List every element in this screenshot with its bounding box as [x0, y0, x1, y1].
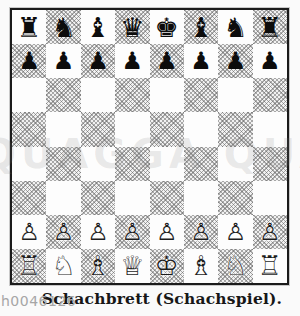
square-f8: ♝: [184, 10, 218, 44]
square-f6: [184, 78, 218, 112]
piece-white-pawn: ♙: [156, 220, 178, 244]
piece-white-pawn: ♙: [87, 220, 109, 244]
square-d3: [115, 181, 149, 215]
piece-white-pawn: ♙: [259, 220, 281, 244]
square-g2: ♙: [218, 215, 252, 249]
chess-board: ♜♞♝♛♚♝♞♜♟♟♟♟♟♟♟♟♙♙♙♙♙♙♙♙♖♘♗♕♔♗♘♖: [10, 8, 289, 285]
square-b1: ♘: [46, 249, 80, 283]
piece-black-knight: ♞: [51, 14, 75, 41]
square-g1: ♘: [218, 249, 252, 283]
piece-black-queen: ♛: [120, 14, 144, 41]
piece-black-pawn: ♟: [87, 49, 109, 73]
square-c1: ♗: [81, 249, 115, 283]
piece-white-queen: ♕: [120, 252, 144, 279]
square-b3: [46, 181, 80, 215]
square-a3: [12, 181, 46, 215]
square-f7: ♟: [184, 44, 218, 78]
square-b7: ♟: [46, 44, 80, 78]
piece-black-pawn: ♟: [53, 49, 75, 73]
square-b2: ♙: [46, 215, 80, 249]
piece-black-bishop: ♝: [189, 14, 213, 41]
piece-black-rook: ♜: [17, 14, 41, 41]
square-g6: [218, 78, 252, 112]
square-f1: ♗: [184, 249, 218, 283]
square-c2: ♙: [81, 215, 115, 249]
square-b5: [46, 112, 80, 146]
piece-white-pawn: ♙: [122, 220, 144, 244]
square-a7: ♟: [12, 44, 46, 78]
square-g3: [218, 181, 252, 215]
square-d5: [115, 112, 149, 146]
square-e1: ♔: [150, 249, 184, 283]
piece-white-pawn: ♙: [190, 220, 212, 244]
square-h3: [253, 181, 287, 215]
square-a4: [12, 147, 46, 181]
square-d6: [115, 78, 149, 112]
square-e5: [150, 112, 184, 146]
square-e8: ♚: [150, 10, 184, 44]
square-f5: [184, 112, 218, 146]
piece-black-pawn: ♟: [122, 49, 144, 73]
square-b6: [46, 78, 80, 112]
square-e6: [150, 78, 184, 112]
square-g8: ♞: [218, 10, 252, 44]
square-h2: ♙: [253, 215, 287, 249]
square-d1: ♕: [115, 249, 149, 283]
piece-black-pawn: ♟: [259, 49, 281, 73]
piece-black-pawn: ♟: [190, 49, 212, 73]
piece-black-knight: ♞: [223, 14, 247, 41]
square-c4: [81, 147, 115, 181]
square-b4: [46, 147, 80, 181]
square-e7: ♟: [150, 44, 184, 78]
piece-white-knight: ♘: [223, 252, 247, 279]
square-f3: [184, 181, 218, 215]
square-a6: [12, 78, 46, 112]
square-d7: ♟: [115, 44, 149, 78]
square-a1: ♖: [12, 249, 46, 283]
watermark-id: h0046126: [1, 293, 76, 309]
piece-white-rook: ♖: [258, 252, 282, 279]
piece-black-king: ♚: [155, 14, 179, 41]
piece-black-pawn: ♟: [225, 49, 247, 73]
square-d2: ♙: [115, 215, 149, 249]
square-f4: [184, 147, 218, 181]
square-a8: ♜: [12, 10, 46, 44]
square-g4: [218, 147, 252, 181]
square-f2: ♙: [184, 215, 218, 249]
square-d8: ♛: [115, 10, 149, 44]
square-d4: [115, 147, 149, 181]
square-a5: [12, 112, 46, 146]
square-a2: ♙: [12, 215, 46, 249]
piece-white-pawn: ♙: [18, 220, 40, 244]
square-c6: [81, 78, 115, 112]
square-e2: ♙: [150, 215, 184, 249]
chess-illustration: QUAGGA QUAGGA ♜♞♝♛♚♝♞♜♟♟♟♟♟♟♟♟♙♙♙♙♙♙♙♙♖♘…: [0, 0, 300, 316]
square-e4: [150, 147, 184, 181]
piece-white-king: ♔: [155, 252, 179, 279]
piece-white-pawn: ♙: [225, 220, 247, 244]
square-c3: [81, 181, 115, 215]
piece-white-knight: ♘: [51, 252, 75, 279]
square-c5: [81, 112, 115, 146]
square-h8: ♜: [253, 10, 287, 44]
piece-black-pawn: ♟: [18, 49, 40, 73]
square-g7: ♟: [218, 44, 252, 78]
piece-white-pawn: ♙: [53, 220, 75, 244]
square-h6: [253, 78, 287, 112]
square-c7: ♟: [81, 44, 115, 78]
piece-white-bishop: ♗: [86, 252, 110, 279]
piece-black-rook: ♜: [258, 14, 282, 41]
square-h7: ♟: [253, 44, 287, 78]
square-e3: [150, 181, 184, 215]
piece-black-bishop: ♝: [86, 14, 110, 41]
square-h1: ♖: [253, 249, 287, 283]
square-g5: [218, 112, 252, 146]
piece-black-pawn: ♟: [156, 49, 178, 73]
square-b8: ♞: [46, 10, 80, 44]
piece-white-rook: ♖: [17, 252, 41, 279]
square-h4: [253, 147, 287, 181]
piece-white-bishop: ♗: [189, 252, 213, 279]
square-h5: [253, 112, 287, 146]
square-c8: ♝: [81, 10, 115, 44]
